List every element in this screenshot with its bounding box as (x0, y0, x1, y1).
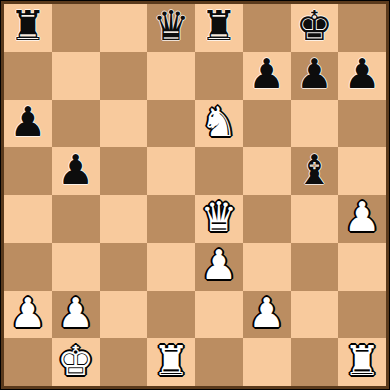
square-f2[interactable]: ♟ (243, 291, 291, 339)
square-b3[interactable] (52, 243, 100, 291)
square-a2[interactable]: ♟ (4, 291, 52, 339)
square-d8[interactable]: ♛ (147, 4, 195, 52)
white-pawn[interactable]: ♟ (200, 245, 237, 286)
square-h2[interactable] (338, 291, 386, 339)
square-e1[interactable] (195, 338, 243, 386)
square-d3[interactable] (147, 243, 195, 291)
square-a6[interactable]: ♟ (4, 100, 52, 148)
square-d2[interactable] (147, 291, 195, 339)
square-a5[interactable] (4, 147, 52, 195)
white-pawn[interactable]: ♟ (9, 293, 46, 334)
square-c4[interactable] (100, 195, 148, 243)
square-c3[interactable] (100, 243, 148, 291)
square-b2[interactable]: ♟ (52, 291, 100, 339)
square-c5[interactable] (100, 147, 148, 195)
square-h4[interactable]: ♟ (338, 195, 386, 243)
square-f1[interactable] (243, 338, 291, 386)
square-a3[interactable] (4, 243, 52, 291)
white-pawn[interactable]: ♟ (57, 293, 94, 334)
square-d1[interactable]: ♜ (147, 338, 195, 386)
square-b1[interactable]: ♚ (52, 338, 100, 386)
square-f6[interactable] (243, 100, 291, 148)
square-e3[interactable]: ♟ (195, 243, 243, 291)
white-pawn[interactable]: ♟ (248, 293, 285, 334)
square-h6[interactable] (338, 100, 386, 148)
square-b7[interactable] (52, 52, 100, 100)
square-d6[interactable] (147, 100, 195, 148)
white-pawn[interactable]: ♟ (344, 197, 381, 238)
square-g6[interactable] (291, 100, 339, 148)
black-pawn[interactable]: ♟ (296, 54, 333, 95)
black-queen[interactable]: ♛ (153, 6, 190, 47)
square-c1[interactable] (100, 338, 148, 386)
square-h7[interactable]: ♟ (338, 52, 386, 100)
square-a8[interactable]: ♜ (4, 4, 52, 52)
square-c8[interactable] (100, 4, 148, 52)
white-rook[interactable]: ♜ (344, 341, 381, 382)
black-bishop[interactable]: ♝ (296, 150, 333, 191)
square-d5[interactable] (147, 147, 195, 195)
square-h3[interactable] (338, 243, 386, 291)
chess-board: ♜♛♜♚♟♟♟♟♞♟♝♛♟♟♟♟♟♚♜♜ (4, 4, 386, 386)
square-g7[interactable]: ♟ (291, 52, 339, 100)
black-king[interactable]: ♚ (296, 6, 333, 47)
square-f8[interactable] (243, 4, 291, 52)
square-h1[interactable]: ♜ (338, 338, 386, 386)
square-c7[interactable] (100, 52, 148, 100)
black-rook[interactable]: ♜ (9, 6, 46, 47)
square-d4[interactable] (147, 195, 195, 243)
square-f3[interactable] (243, 243, 291, 291)
square-e8[interactable]: ♜ (195, 4, 243, 52)
square-a1[interactable] (4, 338, 52, 386)
square-g1[interactable] (291, 338, 339, 386)
square-f4[interactable] (243, 195, 291, 243)
square-d7[interactable] (147, 52, 195, 100)
square-a7[interactable] (4, 52, 52, 100)
square-h8[interactable] (338, 4, 386, 52)
square-b5[interactable]: ♟ (52, 147, 100, 195)
square-c2[interactable] (100, 291, 148, 339)
square-e4[interactable]: ♛ (195, 195, 243, 243)
square-b8[interactable] (52, 4, 100, 52)
square-g5[interactable]: ♝ (291, 147, 339, 195)
square-e5[interactable] (195, 147, 243, 195)
square-c6[interactable] (100, 100, 148, 148)
square-a4[interactable] (4, 195, 52, 243)
square-f5[interactable] (243, 147, 291, 195)
chess-board-frame: ♜♛♜♚♟♟♟♟♞♟♝♛♟♟♟♟♟♚♜♜ (0, 0, 390, 390)
square-e6[interactable]: ♞ (195, 100, 243, 148)
square-g2[interactable] (291, 291, 339, 339)
square-g8[interactable]: ♚ (291, 4, 339, 52)
square-e2[interactable] (195, 291, 243, 339)
square-h5[interactable] (338, 147, 386, 195)
square-b6[interactable] (52, 100, 100, 148)
square-f7[interactable]: ♟ (243, 52, 291, 100)
black-pawn[interactable]: ♟ (9, 102, 46, 143)
white-king[interactable]: ♚ (57, 341, 94, 382)
black-pawn[interactable]: ♟ (248, 54, 285, 95)
square-e7[interactable] (195, 52, 243, 100)
square-g4[interactable] (291, 195, 339, 243)
white-queen[interactable]: ♛ (200, 197, 237, 238)
square-b4[interactable] (52, 195, 100, 243)
black-pawn[interactable]: ♟ (57, 150, 94, 191)
white-knight[interactable]: ♞ (200, 102, 237, 143)
white-rook[interactable]: ♜ (153, 341, 190, 382)
square-g3[interactable] (291, 243, 339, 291)
black-pawn[interactable]: ♟ (344, 54, 381, 95)
black-rook[interactable]: ♜ (200, 6, 237, 47)
